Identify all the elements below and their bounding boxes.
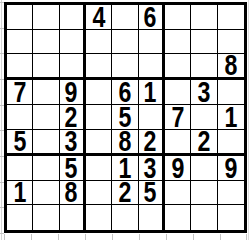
cell-r8c6: 5 [139, 181, 165, 206]
cell-r3c4[interactable] [86, 54, 112, 80]
cell-r1c4: 4 [86, 5, 112, 30]
given-digit: 2 [198, 130, 211, 153]
spreadsheet-gridline-right [248, 0, 249, 240]
cell-r4c6: 1 [139, 80, 165, 105]
cell-r6c4[interactable] [86, 130, 112, 156]
cell-r8c7[interactable] [165, 181, 191, 206]
cell-r2c8[interactable] [191, 30, 217, 55]
given-digit: 6 [144, 6, 157, 29]
spreadsheet-gridline-tick-bottom [58, 234, 59, 240]
spreadsheet-gridline-tick-bottom [112, 234, 113, 240]
cell-r2c5[interactable] [112, 30, 138, 55]
given-digit: 7 [13, 81, 26, 104]
cell-r7c9: 9 [218, 156, 244, 181]
cell-r1c1[interactable] [7, 5, 33, 30]
cell-r8c9[interactable] [218, 181, 244, 206]
cell-r9c5[interactable] [112, 205, 138, 230]
cell-r2c2[interactable] [33, 30, 59, 55]
cell-r2c4[interactable] [86, 30, 112, 55]
cell-r9c2[interactable] [33, 205, 59, 230]
given-digit: 5 [13, 130, 26, 153]
spreadsheet-gridline-tick-bottom [31, 234, 32, 240]
cell-r1c5[interactable] [112, 5, 138, 30]
spreadsheet-gridline-tick-bottom [4, 234, 5, 240]
cell-r7c4[interactable] [86, 156, 112, 181]
cell-r9c1[interactable] [7, 205, 33, 230]
cell-r5c2[interactable] [33, 105, 59, 130]
given-digit: 8 [65, 181, 78, 204]
cell-r5c9: 1 [218, 105, 244, 130]
given-digit: 3 [198, 81, 211, 104]
sudoku-board: 46879613257153822513991825 [4, 2, 247, 233]
given-digit: 1 [224, 106, 237, 129]
cell-r8c8[interactable] [191, 181, 217, 206]
cell-r1c9[interactable] [218, 5, 244, 30]
cell-r3c7[interactable] [165, 54, 191, 80]
cell-r1c7[interactable] [165, 5, 191, 30]
cell-r9c8[interactable] [191, 205, 217, 230]
given-digit: 5 [144, 181, 157, 204]
sudoku-screenshot: 46879613257153822513991825 [0, 0, 250, 240]
cell-r9c6[interactable] [139, 205, 165, 230]
cell-r8c3: 8 [60, 181, 86, 206]
spreadsheet-gridline-tick-bottom [246, 234, 247, 240]
given-digit: 4 [92, 6, 105, 29]
cell-r7c8[interactable] [191, 156, 217, 181]
spreadsheet-gridline-tick-bottom [139, 234, 140, 240]
given-digit: 8 [224, 54, 237, 77]
cell-r6c1: 5 [7, 130, 33, 156]
cell-r8c1: 1 [7, 181, 33, 206]
cell-r9c9[interactable] [218, 205, 244, 230]
cell-r1c6: 6 [139, 5, 165, 30]
cell-r2c1[interactable] [7, 30, 33, 55]
cell-r2c6[interactable] [139, 30, 165, 55]
cell-r4c1: 7 [7, 80, 33, 105]
spreadsheet-gridline-tick-bottom [85, 234, 86, 240]
cell-r1c2[interactable] [33, 5, 59, 30]
given-digit: 8 [119, 130, 132, 153]
spreadsheet-gridline-tick-bottom [193, 234, 194, 240]
given-digit: 1 [13, 181, 26, 204]
cell-r7c7: 9 [165, 156, 191, 181]
given-digit: 2 [119, 181, 132, 204]
cell-r9c4[interactable] [86, 205, 112, 230]
cell-r5c7: 7 [165, 105, 191, 130]
cell-r4c4[interactable] [86, 80, 112, 105]
cell-r9c3[interactable] [60, 205, 86, 230]
cell-r2c3[interactable] [60, 30, 86, 55]
cell-r9c7[interactable] [165, 205, 191, 230]
cell-r4c2[interactable] [33, 80, 59, 105]
given-digit: 2 [144, 130, 157, 153]
cell-r2c7[interactable] [165, 30, 191, 55]
given-digit: 7 [171, 106, 184, 129]
cell-r8c5: 2 [112, 181, 138, 206]
cell-r4c8: 3 [191, 80, 217, 105]
spreadsheet-gridline-left [1, 0, 2, 240]
cell-r1c3[interactable] [60, 5, 86, 30]
cell-r8c4[interactable] [86, 181, 112, 206]
given-digit: 1 [144, 81, 157, 104]
cell-r8c2[interactable] [33, 181, 59, 206]
cell-r3c2[interactable] [33, 54, 59, 80]
given-digit: 9 [224, 157, 237, 180]
spreadsheet-gridline-tick-bottom [220, 234, 221, 240]
spreadsheet-gridline-tick-bottom [166, 234, 167, 240]
given-digit: 9 [171, 157, 184, 180]
cell-r7c2[interactable] [33, 156, 59, 181]
cell-r3c9: 8 [218, 54, 244, 80]
cell-r1c8[interactable] [191, 5, 217, 30]
cell-r6c2[interactable] [33, 130, 59, 156]
cell-r5c4[interactable] [86, 105, 112, 130]
given-digit: 3 [65, 130, 78, 153]
cell-r6c8: 2 [191, 130, 217, 156]
